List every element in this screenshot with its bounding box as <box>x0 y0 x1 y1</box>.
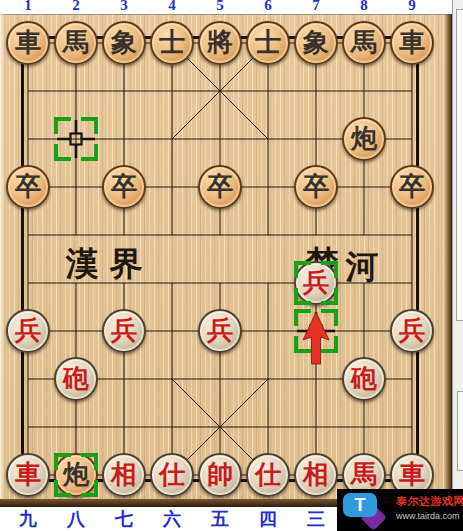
piece-red[interactable]: 兵 <box>6 309 50 353</box>
watermark-logo-icon: T <box>341 491 393 529</box>
file-number-bottom-3: 七 <box>115 509 133 529</box>
piece-red[interactable]: 兵 <box>102 309 146 353</box>
file-number-top-9: 9 <box>408 0 416 13</box>
file-numbers-top: 123456789 <box>0 0 452 14</box>
piece-black[interactable]: 車 <box>6 21 50 65</box>
xiangqi-app-screen: 漢 界 楚 河 車馬象士將士象馬車炮卒卒卒卒卒炮兵兵兵兵兵砲砲車相仕帥仕相馬車 … <box>0 0 463 531</box>
file-number-bottom-4: 六 <box>163 509 181 529</box>
file-number-top-2: 2 <box>72 0 80 13</box>
watermark-url: www.tairda.com <box>396 511 460 522</box>
xiangqi-board[interactable]: 漢 界 楚 河 車馬象士將士象馬車炮卒卒卒卒卒炮兵兵兵兵兵砲砲車相仕帥仕相馬車 <box>0 14 452 508</box>
file-number-top-8: 8 <box>360 0 368 13</box>
move-marker-destination <box>54 453 98 497</box>
river-label-left-1: 漢 <box>66 248 99 281</box>
piece-black[interactable]: 卒 <box>102 165 146 209</box>
file-number-top-6: 6 <box>264 0 272 13</box>
river-label-left-2: 界 <box>110 248 143 281</box>
move-marker-origin-crosshair <box>294 309 338 353</box>
piece-red[interactable]: 砲 <box>342 357 386 401</box>
piece-black[interactable]: 車 <box>390 21 434 65</box>
board-edge-left <box>0 14 6 507</box>
watermark: T 泰尔达游戏网 www.tairda.com <box>337 489 463 531</box>
piece-black[interactable]: 士 <box>246 21 290 65</box>
file-number-top-4: 4 <box>168 0 176 13</box>
river-label-right-2: 河 <box>346 251 379 284</box>
file-number-top-1: 1 <box>24 0 32 13</box>
file-number-top-5: 5 <box>216 0 224 13</box>
file-number-bottom-1: 九 <box>19 509 37 529</box>
file-number-top-7: 7 <box>312 0 320 13</box>
piece-black[interactable]: 炮 <box>342 117 386 161</box>
piece-black[interactable]: 士 <box>150 21 194 65</box>
file-number-bottom-2: 八 <box>67 509 85 529</box>
file-number-bottom-6: 四 <box>259 509 277 529</box>
piece-red[interactable]: 仕 <box>150 453 194 497</box>
piece-red[interactable]: 兵 <box>198 309 242 353</box>
piece-red[interactable]: 車 <box>6 453 50 497</box>
crosshair-icon <box>57 120 95 158</box>
board-edge-right <box>444 14 452 507</box>
piece-black[interactable]: 卒 <box>6 165 50 209</box>
side-panel-edge <box>452 0 463 531</box>
piece-black[interactable]: 象 <box>102 21 146 65</box>
file-number-bottom-7: 三 <box>307 509 325 529</box>
crosshair-icon <box>297 312 335 350</box>
piece-red[interactable]: 相 <box>294 453 338 497</box>
watermark-site-name: 泰尔达游戏网 <box>396 495 462 508</box>
piece-black[interactable]: 卒 <box>294 165 338 209</box>
piece-black[interactable]: 象 <box>294 21 338 65</box>
piece-black[interactable]: 卒 <box>198 165 242 209</box>
piece-black[interactable]: 馬 <box>342 21 386 65</box>
file-number-bottom-5: 五 <box>211 509 229 529</box>
move-marker-origin-crosshair <box>54 117 98 161</box>
move-marker-destination <box>294 261 338 305</box>
piece-red[interactable]: 兵 <box>390 309 434 353</box>
piece-red[interactable]: 仕 <box>246 453 290 497</box>
piece-black[interactable]: 將 <box>198 21 242 65</box>
piece-red[interactable]: 相 <box>102 453 146 497</box>
piece-red[interactable]: 砲 <box>54 357 98 401</box>
piece-red[interactable]: 帥 <box>198 453 242 497</box>
piece-black[interactable]: 馬 <box>54 21 98 65</box>
piece-black[interactable]: 卒 <box>390 165 434 209</box>
file-number-top-3: 3 <box>120 0 128 13</box>
